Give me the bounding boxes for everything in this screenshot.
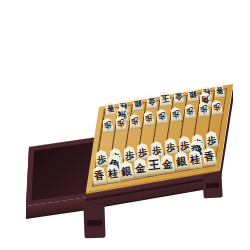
piece-kanji: 歩: [130, 116, 139, 125]
piece-kanji: 王: [148, 159, 161, 172]
shogi-table-photo: 香桂銀金玉金銀桂香飛角歩歩歩歩歩歩歩歩歩歩歩歩歩歩歩歩歩歩角飛香桂銀金王金銀桂香: [0, 0, 250, 250]
piece-kanji: 金: [162, 158, 174, 170]
piece-kanji: 歩: [117, 118, 126, 127]
piece-kanji: 歩: [158, 111, 167, 120]
piece-kanji: 歩: [144, 114, 153, 123]
leg-notch: [87, 220, 102, 226]
piece-kanji: 銀: [121, 165, 133, 177]
table-leg: [83, 205, 105, 239]
leg-notch: [206, 183, 219, 189]
piece-kanji: 歩: [165, 143, 175, 153]
piece-kanji: 金: [147, 97, 155, 106]
table-leg: [202, 171, 222, 199]
piece-kanji: 香: [94, 171, 105, 182]
piece-kanji: 桂: [190, 154, 201, 165]
piece-kanji: 金: [174, 92, 182, 101]
piece-kanji: 玉: [160, 94, 169, 103]
piece-kanji: 歩: [185, 107, 194, 116]
piece-kanji: 歩: [199, 104, 208, 113]
piece-kanji: 香: [106, 105, 114, 113]
piece-kanji: 銀: [188, 90, 196, 99]
piece-kanji: 香: [215, 86, 223, 94]
piece-kanji: 歩: [171, 109, 180, 118]
piece-kanji: 桂: [108, 168, 119, 179]
piece-kanji: 歩: [207, 136, 217, 146]
piece-kanji: 歩: [179, 140, 189, 150]
piece-kanji: 香: [203, 152, 214, 163]
piece-kanji: 歩: [124, 150, 134, 160]
piece-kanji: 金: [135, 163, 147, 175]
piece-kanji: 銀: [133, 100, 141, 109]
piece-kanji: 歩: [138, 147, 148, 157]
piece-kanji: 歩: [212, 102, 221, 111]
piece-kanji: 歩: [103, 121, 112, 130]
piece-kanji: 銀: [176, 156, 188, 168]
piece-kanji: 歩: [152, 145, 162, 155]
piece-kanji: 歩: [97, 154, 107, 164]
drawer-cavity: [31, 142, 92, 201]
